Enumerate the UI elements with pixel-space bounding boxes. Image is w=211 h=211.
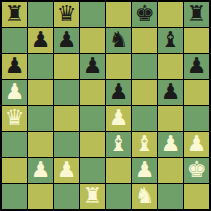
square-a4[interactable]: ♛: [2, 106, 27, 131]
square-f8[interactable]: ♚: [132, 2, 157, 27]
square-h3[interactable]: ♟: [184, 132, 209, 157]
square-e2[interactable]: [106, 158, 131, 183]
square-f7[interactable]: [132, 28, 157, 53]
square-c3[interactable]: [54, 132, 79, 157]
square-d3[interactable]: [80, 132, 105, 157]
square-b7[interactable]: ♟: [28, 28, 53, 53]
black-pawn-piece[interactable]: ♟: [83, 54, 103, 78]
square-c2[interactable]: ♟: [54, 158, 79, 183]
square-g4[interactable]: [158, 106, 183, 131]
square-g7[interactable]: ♝: [158, 28, 183, 53]
square-c6[interactable]: [54, 54, 79, 79]
white-pawn-piece[interactable]: ♟: [109, 106, 129, 130]
square-f5[interactable]: [132, 80, 157, 105]
square-c5[interactable]: [54, 80, 79, 105]
square-h8[interactable]: ♜: [184, 2, 209, 27]
square-f2[interactable]: ♟: [132, 158, 157, 183]
square-h2[interactable]: ♚: [184, 158, 209, 183]
square-b8[interactable]: [28, 2, 53, 27]
white-knight-piece[interactable]: ♞: [135, 184, 155, 208]
square-e7[interactable]: ♞: [106, 28, 131, 53]
square-f3[interactable]: ♝: [132, 132, 157, 157]
white-bishop-piece[interactable]: ♝: [109, 132, 129, 156]
square-d6[interactable]: ♟: [80, 54, 105, 79]
square-a8[interactable]: ♜: [2, 2, 27, 27]
square-d2[interactable]: [80, 158, 105, 183]
square-h7[interactable]: [184, 28, 209, 53]
square-b5[interactable]: [28, 80, 53, 105]
square-b3[interactable]: [28, 132, 53, 157]
square-d8[interactable]: [80, 2, 105, 27]
square-d1[interactable]: ♜: [80, 184, 105, 209]
square-b4[interactable]: [28, 106, 53, 131]
black-pawn-piece[interactable]: ♟: [161, 80, 181, 104]
white-pawn-piece[interactable]: ♟: [187, 132, 207, 156]
black-rook-piece[interactable]: ♜: [5, 2, 25, 26]
square-h4[interactable]: [184, 106, 209, 131]
square-f4[interactable]: [132, 106, 157, 131]
square-a3[interactable]: [2, 132, 27, 157]
square-g3[interactable]: ♟: [158, 132, 183, 157]
square-g5[interactable]: ♟: [158, 80, 183, 105]
square-e8[interactable]: [106, 2, 131, 27]
black-pawn-piece[interactable]: ♟: [57, 28, 77, 52]
white-bishop-piece[interactable]: ♝: [135, 132, 155, 156]
square-a1[interactable]: [2, 184, 27, 209]
square-g1[interactable]: [158, 184, 183, 209]
black-king-piece[interactable]: ♚: [135, 2, 155, 26]
white-pawn-piece[interactable]: ♟: [161, 132, 181, 156]
black-pawn-piece[interactable]: ♟: [109, 80, 129, 104]
black-pawn-piece[interactable]: ♟: [31, 28, 51, 52]
black-rook-piece[interactable]: ♜: [187, 2, 207, 26]
square-b2[interactable]: ♟: [28, 158, 53, 183]
white-pawn-piece[interactable]: ♟: [31, 158, 51, 182]
square-d5[interactable]: [80, 80, 105, 105]
square-h6[interactable]: ♟: [184, 54, 209, 79]
square-b1[interactable]: [28, 184, 53, 209]
square-h5[interactable]: [184, 80, 209, 105]
square-b6[interactable]: [28, 54, 53, 79]
square-f6[interactable]: [132, 54, 157, 79]
square-f1[interactable]: ♞: [132, 184, 157, 209]
square-a2[interactable]: [2, 158, 27, 183]
white-rook-piece[interactable]: ♜: [83, 184, 103, 208]
square-d4[interactable]: [80, 106, 105, 131]
square-g2[interactable]: [158, 158, 183, 183]
square-e4[interactable]: ♟: [106, 106, 131, 131]
white-pawn-piece[interactable]: ♟: [135, 158, 155, 182]
screenshot-canvas: ♜♛♚♜♟♟♞♝♟♟♟♟♟♟♛♟♝♝♟♟♟♟♟♚♜♞: [0, 0, 211, 211]
square-c7[interactable]: ♟: [54, 28, 79, 53]
square-a7[interactable]: [2, 28, 27, 53]
black-pawn-piece[interactable]: ♟: [187, 54, 207, 78]
square-c8[interactable]: ♛: [54, 2, 79, 27]
square-e5[interactable]: ♟: [106, 80, 131, 105]
square-c4[interactable]: [54, 106, 79, 131]
square-c1[interactable]: [54, 184, 79, 209]
black-queen-piece[interactable]: ♛: [57, 2, 77, 26]
square-e6[interactable]: [106, 54, 131, 79]
square-a5[interactable]: ♟: [2, 80, 27, 105]
white-king-piece[interactable]: ♚: [187, 158, 207, 182]
black-bishop-piece[interactable]: ♝: [161, 28, 181, 52]
square-a6[interactable]: ♟: [2, 54, 27, 79]
square-d7[interactable]: [80, 28, 105, 53]
white-pawn-piece[interactable]: ♟: [5, 80, 25, 104]
white-queen-piece[interactable]: ♛: [5, 106, 25, 130]
square-e3[interactable]: ♝: [106, 132, 131, 157]
square-g6[interactable]: [158, 54, 183, 79]
square-h1[interactable]: [184, 184, 209, 209]
black-knight-piece[interactable]: ♞: [109, 28, 129, 52]
square-e1[interactable]: [106, 184, 131, 209]
black-pawn-piece[interactable]: ♟: [5, 54, 25, 78]
chess-board: ♜♛♚♜♟♟♞♝♟♟♟♟♟♟♛♟♝♝♟♟♟♟♟♚♜♞: [0, 0, 211, 211]
white-pawn-piece[interactable]: ♟: [57, 158, 77, 182]
square-g8[interactable]: [158, 2, 183, 27]
